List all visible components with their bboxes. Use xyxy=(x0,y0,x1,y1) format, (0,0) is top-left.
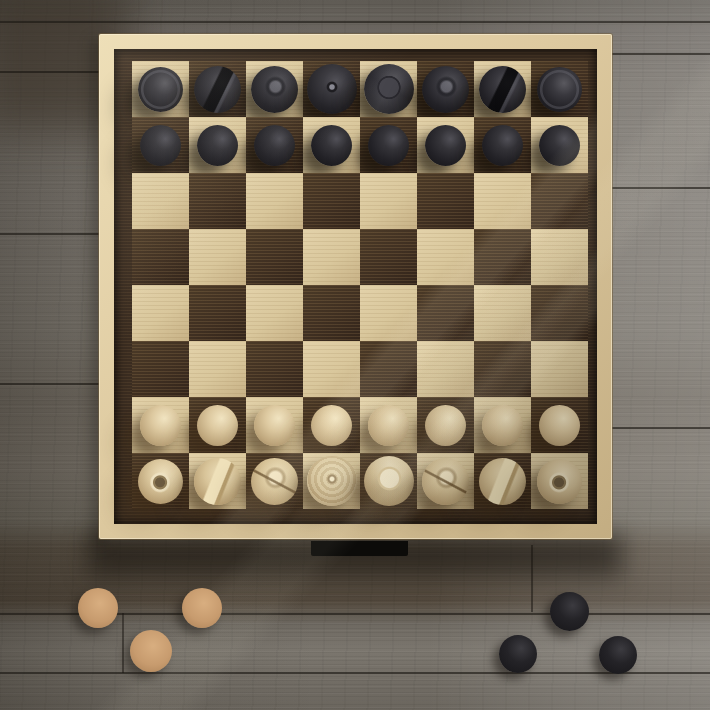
square-d7[interactable]: ♟ xyxy=(303,117,360,173)
piece-white-pawn-d2[interactable]: ♙ xyxy=(311,405,352,446)
piece-white-knight-b1[interactable]: ♘ xyxy=(194,458,241,505)
piece-black-knight-b8[interactable]: ♞ xyxy=(194,66,241,113)
square-f7[interactable]: ♟ xyxy=(417,117,474,173)
square-d5[interactable] xyxy=(303,229,360,285)
plank-seam xyxy=(0,383,100,385)
square-c2[interactable]: ♙ xyxy=(246,397,303,453)
piece-white-pawn-c2[interactable]: ♙ xyxy=(254,405,295,446)
square-g2[interactable]: ♙ xyxy=(474,397,531,453)
scene: ♜♞♝♚♛♝♞♜♟♟♟♟♟♟♟♟♙♙♙♙♙♙♙♙♖♘♗♔♕♗♘♖ xyxy=(0,0,710,710)
wooden-disc-light-2[interactable] xyxy=(182,588,222,628)
square-a2[interactable]: ♙ xyxy=(132,397,189,453)
square-b7[interactable]: ♟ xyxy=(189,117,246,173)
square-f2[interactable]: ♙ xyxy=(417,397,474,453)
square-a1[interactable]: ♖ xyxy=(132,453,189,509)
wooden-disc-dark-1[interactable] xyxy=(550,592,589,631)
square-b5[interactable] xyxy=(189,229,246,285)
piece-black-pawn-f7[interactable]: ♟ xyxy=(425,125,466,166)
piece-black-king-d8[interactable]: ♚ xyxy=(307,64,357,114)
square-d2[interactable]: ♙ xyxy=(303,397,360,453)
square-a8[interactable]: ♜ xyxy=(132,61,189,117)
square-h3[interactable] xyxy=(531,341,588,397)
square-g4[interactable] xyxy=(474,285,531,341)
piece-white-pawn-a2[interactable]: ♙ xyxy=(140,405,181,446)
piece-black-pawn-b7[interactable]: ♟ xyxy=(197,125,238,166)
square-d3[interactable] xyxy=(303,341,360,397)
piece-white-pawn-b2[interactable]: ♙ xyxy=(197,405,238,446)
piece-black-bishop-c8[interactable]: ♝ xyxy=(251,66,298,113)
square-d6[interactable] xyxy=(303,173,360,229)
piece-white-king-d1[interactable]: ♔ xyxy=(307,456,357,506)
piece-black-pawn-h7[interactable]: ♟ xyxy=(539,125,580,166)
piece-black-queen-e8[interactable]: ♛ xyxy=(364,64,414,114)
wooden-disc-light-3[interactable] xyxy=(130,630,172,672)
square-c7[interactable]: ♟ xyxy=(246,117,303,173)
plank-seam xyxy=(0,233,100,235)
square-g6[interactable] xyxy=(474,173,531,229)
piece-black-pawn-e7[interactable]: ♟ xyxy=(368,125,409,166)
piece-white-pawn-f2[interactable]: ♙ xyxy=(425,405,466,446)
piece-black-rook-a8[interactable]: ♜ xyxy=(138,67,183,112)
square-c6[interactable] xyxy=(246,173,303,229)
square-c3[interactable] xyxy=(246,341,303,397)
wooden-disc-dark-2[interactable] xyxy=(499,635,537,673)
square-e5[interactable] xyxy=(360,229,417,285)
square-h7[interactable]: ♟ xyxy=(531,117,588,173)
piece-black-pawn-d7[interactable]: ♟ xyxy=(311,125,352,166)
plank-joint xyxy=(531,545,533,612)
square-d8[interactable]: ♚ xyxy=(303,61,360,117)
square-g8[interactable]: ♞ xyxy=(474,61,531,117)
square-c5[interactable] xyxy=(246,229,303,285)
board-grid: ♜♞♝♚♛♝♞♜♟♟♟♟♟♟♟♟♙♙♙♙♙♙♙♙♖♘♗♔♕♗♘♖ xyxy=(132,61,588,509)
square-b3[interactable] xyxy=(189,341,246,397)
wooden-disc-dark-3[interactable] xyxy=(599,636,637,674)
square-e4[interactable] xyxy=(360,285,417,341)
square-e8[interactable]: ♛ xyxy=(360,61,417,117)
square-b4[interactable] xyxy=(189,285,246,341)
square-e2[interactable]: ♙ xyxy=(360,397,417,453)
square-e7[interactable]: ♟ xyxy=(360,117,417,173)
square-f6[interactable] xyxy=(417,173,474,229)
piece-black-rook-h8[interactable]: ♜ xyxy=(537,67,582,112)
square-f4[interactable] xyxy=(417,285,474,341)
plank-seam xyxy=(0,71,100,73)
square-a3[interactable] xyxy=(132,341,189,397)
square-a4[interactable] xyxy=(132,285,189,341)
square-a6[interactable] xyxy=(132,173,189,229)
piece-black-pawn-a7[interactable]: ♟ xyxy=(140,125,181,166)
piece-white-queen-e1[interactable]: ♕ xyxy=(364,456,414,506)
square-d1[interactable]: ♔ xyxy=(303,453,360,509)
piece-white-pawn-e2[interactable]: ♙ xyxy=(368,405,409,446)
piece-black-bishop-f8[interactable]: ♝ xyxy=(422,66,469,113)
square-h6[interactable] xyxy=(531,173,588,229)
square-h2[interactable]: ♙ xyxy=(531,397,588,453)
square-c8[interactable]: ♝ xyxy=(246,61,303,117)
piece-white-bishop-f1[interactable]: ♗ xyxy=(422,458,469,505)
piece-black-knight-g8[interactable]: ♞ xyxy=(479,66,526,113)
piece-white-bishop-c1[interactable]: ♗ xyxy=(251,458,298,505)
square-h4[interactable] xyxy=(531,285,588,341)
plank-joint xyxy=(122,613,124,673)
square-c4[interactable] xyxy=(246,285,303,341)
square-f1[interactable]: ♗ xyxy=(417,453,474,509)
plank-seam xyxy=(0,672,710,674)
piece-white-knight-g1[interactable]: ♘ xyxy=(479,458,526,505)
square-f3[interactable] xyxy=(417,341,474,397)
piece-white-pawn-h2[interactable]: ♙ xyxy=(539,405,580,446)
wooden-disc-light-1[interactable] xyxy=(78,588,118,628)
square-a5[interactable] xyxy=(132,229,189,285)
square-g5[interactable] xyxy=(474,229,531,285)
square-b8[interactable]: ♞ xyxy=(189,61,246,117)
square-e6[interactable] xyxy=(360,173,417,229)
square-g3[interactable] xyxy=(474,341,531,397)
plank-seam xyxy=(611,187,710,189)
piece-black-pawn-c7[interactable]: ♟ xyxy=(254,125,295,166)
chess-board: ♜♞♝♚♛♝♞♜♟♟♟♟♟♟♟♟♙♙♙♙♙♙♙♙♖♘♗♔♕♗♘♖ xyxy=(99,34,612,539)
piece-white-rook-a1[interactable]: ♖ xyxy=(138,459,183,504)
square-b1[interactable]: ♘ xyxy=(189,453,246,509)
piece-black-pawn-g7[interactable]: ♟ xyxy=(482,125,523,166)
plank-seam xyxy=(0,21,710,23)
square-h5[interactable] xyxy=(531,229,588,285)
square-f8[interactable]: ♝ xyxy=(417,61,474,117)
plank-seam xyxy=(611,427,710,429)
square-b6[interactable] xyxy=(189,173,246,229)
square-h8[interactable]: ♜ xyxy=(531,61,588,117)
square-e1[interactable]: ♕ xyxy=(360,453,417,509)
piece-white-rook-h1[interactable]: ♖ xyxy=(537,459,582,504)
plank-seam xyxy=(611,53,710,55)
board-field: ♜♞♝♚♛♝♞♜♟♟♟♟♟♟♟♟♙♙♙♙♙♙♙♙♖♘♗♔♕♗♘♖ xyxy=(114,49,597,524)
piece-white-pawn-g2[interactable]: ♙ xyxy=(482,405,523,446)
square-f5[interactable] xyxy=(417,229,474,285)
square-e3[interactable] xyxy=(360,341,417,397)
square-c1[interactable]: ♗ xyxy=(246,453,303,509)
square-a7[interactable]: ♟ xyxy=(132,117,189,173)
drawer-notch[interactable] xyxy=(311,541,408,556)
square-g7[interactable]: ♟ xyxy=(474,117,531,173)
square-g1[interactable]: ♘ xyxy=(474,453,531,509)
square-h1[interactable]: ♖ xyxy=(531,453,588,509)
square-d4[interactable] xyxy=(303,285,360,341)
square-b2[interactable]: ♙ xyxy=(189,397,246,453)
